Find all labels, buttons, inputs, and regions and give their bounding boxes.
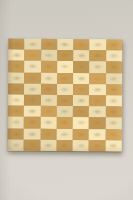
board-cell: [89, 73, 105, 84]
printed-motif: [28, 53, 37, 58]
printed-motif: [77, 65, 86, 70]
board-cell: [90, 62, 106, 73]
board-cell: [90, 39, 106, 50]
printed-motif: [60, 98, 69, 103]
printed-motif: [77, 98, 86, 103]
printed-motif: [109, 87, 118, 92]
printed-motif: [28, 109, 37, 114]
printed-motif: [44, 132, 53, 137]
board-cell: [105, 129, 121, 140]
board-cell: [24, 140, 40, 151]
printed-motif: [109, 143, 118, 148]
board-cell: [57, 73, 73, 84]
board-cell: [106, 39, 122, 50]
printed-motif: [76, 143, 85, 148]
board-cell: [73, 106, 89, 117]
board-cell: [24, 128, 40, 139]
board-cell: [40, 128, 56, 139]
printed-motif: [110, 65, 119, 70]
printed-motif: [60, 143, 69, 148]
board-cell: [24, 72, 40, 83]
printed-motif: [110, 54, 119, 59]
product-photo: [0, 0, 133, 200]
board-cell: [73, 84, 89, 95]
board-cell: [56, 140, 72, 151]
printed-motif: [44, 109, 53, 114]
printed-motif: [28, 42, 37, 47]
board-cell: [24, 61, 40, 72]
printed-motif: [93, 121, 102, 126]
printed-motif: [44, 76, 53, 81]
printed-motif: [77, 121, 86, 126]
printed-motif: [109, 110, 118, 115]
printed-motif: [93, 132, 102, 137]
board-cell: [57, 84, 73, 95]
printed-motif: [28, 143, 37, 148]
board-cell: [57, 61, 73, 72]
printed-motif: [44, 53, 53, 58]
board-cell: [73, 61, 89, 72]
board-cell: [41, 72, 57, 83]
printed-motif: [60, 132, 69, 137]
board-cell: [73, 95, 89, 106]
board-cell: [40, 117, 56, 128]
board-cell: [106, 106, 122, 117]
board-cell: [8, 117, 24, 128]
printed-motif: [28, 98, 37, 103]
printed-motif: [77, 109, 86, 114]
printed-motif: [110, 42, 119, 47]
board-cell: [8, 72, 24, 83]
board-cell: [73, 117, 89, 128]
board-cell: [41, 50, 57, 61]
printed-motif: [77, 76, 86, 81]
board-cell: [73, 50, 89, 61]
printed-motif: [109, 121, 118, 126]
board-cell: [57, 95, 73, 106]
printed-motif: [44, 120, 53, 125]
board-cell: [40, 106, 56, 117]
board-cell: [8, 128, 24, 139]
board-cell: [57, 50, 73, 61]
board-cell: [73, 73, 89, 84]
printed-motif: [61, 87, 70, 92]
printed-motif: [28, 131, 37, 136]
board-cell: [8, 139, 24, 150]
printed-motif: [61, 64, 70, 69]
board-cell: [8, 61, 24, 72]
printed-motif: [11, 120, 20, 125]
board-cell: [106, 73, 122, 84]
printed-motif: [28, 64, 37, 69]
printed-motif: [12, 53, 21, 58]
printed-motif: [77, 53, 86, 58]
printed-motif: [61, 53, 70, 58]
printed-motif: [109, 98, 118, 103]
board-cell: [24, 84, 40, 95]
board-cell: [105, 118, 121, 129]
printed-motif: [11, 131, 20, 136]
printed-motif: [44, 98, 53, 103]
board-cell: [57, 129, 73, 140]
printed-motif: [77, 42, 86, 47]
board-cell: [89, 84, 105, 95]
board-cell: [41, 84, 57, 95]
board-cell: [40, 95, 56, 106]
printed-motif: [93, 87, 102, 92]
board-cell: [24, 95, 40, 106]
board-cell: [89, 95, 105, 106]
printed-motif: [61, 42, 70, 47]
board-cell: [8, 106, 24, 117]
printed-motif: [12, 42, 21, 47]
board-cell: [106, 84, 122, 95]
printed-motif: [61, 76, 70, 81]
checkerboard: [8, 39, 123, 152]
printed-motif: [12, 87, 21, 92]
board-cell: [8, 39, 24, 50]
board-cell: [24, 106, 40, 117]
printed-motif: [93, 98, 102, 103]
printed-motif: [12, 64, 21, 69]
board-cell: [106, 50, 122, 61]
printed-motif: [93, 143, 102, 148]
printed-motif: [93, 42, 102, 47]
board-cell: [8, 83, 24, 94]
printed-motif: [93, 53, 102, 58]
board-cell: [106, 62, 122, 73]
printed-motif: [44, 64, 53, 69]
board-cell: [8, 50, 24, 61]
printed-motif: [109, 76, 118, 81]
board-cell: [24, 117, 40, 128]
board-cell: [89, 118, 105, 129]
printed-motif: [76, 132, 85, 137]
board-cell: [89, 129, 105, 140]
printed-motif: [44, 87, 53, 92]
board-cell: [8, 95, 24, 106]
printed-motif: [77, 87, 86, 92]
board-cell: [105, 140, 121, 151]
board-cell: [57, 117, 73, 128]
board-cell: [106, 95, 122, 106]
printed-motif: [93, 109, 102, 114]
board-cell: [73, 39, 89, 50]
board-cell: [25, 39, 41, 50]
printed-motif: [60, 120, 69, 125]
printed-motif: [93, 76, 102, 81]
board-cell: [57, 106, 73, 117]
board-cell: [89, 106, 105, 117]
board-cell: [73, 140, 89, 151]
printed-motif: [44, 143, 53, 148]
board-cell: [57, 39, 73, 50]
printed-motif: [28, 75, 37, 80]
printed-motif: [109, 132, 118, 137]
printed-motif: [28, 87, 37, 92]
board-cell: [25, 50, 41, 61]
printed-motif: [12, 109, 21, 114]
printed-motif: [45, 42, 54, 47]
board-cell: [41, 61, 57, 72]
printed-motif: [93, 65, 102, 70]
board-cell: [41, 39, 57, 50]
board-cell: [40, 140, 56, 151]
board-cell: [89, 140, 105, 151]
board-cell: [90, 50, 106, 61]
printed-motif: [11, 143, 20, 148]
printed-motif: [28, 120, 37, 125]
printed-motif: [60, 109, 69, 114]
board-cell: [73, 129, 89, 140]
printed-motif: [12, 98, 21, 103]
printed-motif: [12, 75, 21, 80]
